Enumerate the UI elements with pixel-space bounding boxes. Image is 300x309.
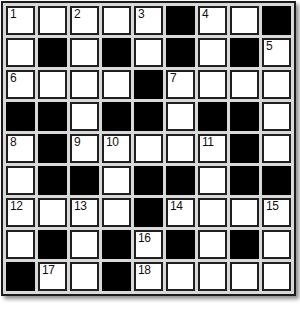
- cell-r3c7[interactable]: [198, 70, 227, 99]
- black-cell-r8c8: [230, 230, 259, 259]
- black-cell-r7c5: [134, 198, 163, 227]
- cell-r1c5[interactable]: 3: [134, 6, 163, 35]
- cell-r7c2[interactable]: [38, 198, 67, 227]
- clue-number-4: 4: [202, 7, 208, 21]
- black-cell-r8c2: [38, 230, 67, 259]
- cell-r7c9[interactable]: 15: [262, 198, 291, 227]
- black-cell-r4c5: [134, 102, 163, 131]
- clue-number-7: 7: [170, 71, 176, 85]
- clue-number-13: 13: [74, 199, 86, 213]
- cell-r1c4[interactable]: [102, 6, 131, 35]
- cell-r7c4[interactable]: [102, 198, 131, 227]
- cell-r5c1[interactable]: 8: [6, 134, 35, 163]
- cell-r1c1[interactable]: 1: [6, 6, 35, 35]
- cell-r5c7[interactable]: 11: [198, 134, 227, 163]
- cell-r9c2[interactable]: 17: [38, 262, 67, 291]
- cell-r9c8[interactable]: [230, 262, 259, 291]
- black-cell-r6c5: [134, 166, 163, 195]
- cell-r9c5[interactable]: 18: [134, 262, 163, 291]
- cell-r3c8[interactable]: [230, 70, 259, 99]
- black-cell-r6c3: [70, 166, 99, 195]
- cell-r5c3[interactable]: 9: [70, 134, 99, 163]
- clue-number-11: 11: [202, 135, 213, 149]
- black-cell-r1c6: [166, 6, 195, 35]
- cell-r4c3[interactable]: [70, 102, 99, 131]
- black-cell-r2c6: [166, 38, 195, 67]
- cell-r2c5[interactable]: [134, 38, 163, 67]
- cell-r9c7[interactable]: [198, 262, 227, 291]
- crossword-board: 123456789101112131415161718: [1, 1, 296, 296]
- black-cell-r6c6: [166, 166, 195, 195]
- cell-r6c1[interactable]: [6, 166, 35, 195]
- clue-number-5: 5: [266, 39, 272, 53]
- black-cell-r4c7: [198, 102, 227, 131]
- black-cell-r4c2: [38, 102, 67, 131]
- cell-r2c9[interactable]: 5: [262, 38, 291, 67]
- cell-r9c3[interactable]: [70, 262, 99, 291]
- cell-r4c6[interactable]: [166, 102, 195, 131]
- cell-r5c5[interactable]: [134, 134, 163, 163]
- crossword-canvas: 123456789101112131415161718: [0, 0, 300, 309]
- cell-r3c2[interactable]: [38, 70, 67, 99]
- black-cell-r6c8: [230, 166, 259, 195]
- cell-r5c9[interactable]: [262, 134, 291, 163]
- cell-r7c6[interactable]: 14: [166, 198, 195, 227]
- cell-r5c6[interactable]: [166, 134, 195, 163]
- cell-r2c3[interactable]: [70, 38, 99, 67]
- cell-r6c4[interactable]: [102, 166, 131, 195]
- cell-r3c4[interactable]: [102, 70, 131, 99]
- cell-r3c6[interactable]: 7: [166, 70, 195, 99]
- cell-r1c8[interactable]: [230, 6, 259, 35]
- cell-r8c5[interactable]: 16: [134, 230, 163, 259]
- black-cell-r9c4: [102, 262, 131, 291]
- cell-r1c7[interactable]: 4: [198, 6, 227, 35]
- cell-r7c3[interactable]: 13: [70, 198, 99, 227]
- cell-r7c1[interactable]: 12: [6, 198, 35, 227]
- black-cell-r8c4: [102, 230, 131, 259]
- cell-r4c9[interactable]: [262, 102, 291, 131]
- clue-number-9: 9: [74, 135, 80, 149]
- clue-number-6: 6: [10, 71, 16, 85]
- clue-number-8: 8: [10, 135, 16, 149]
- clue-number-15: 15: [266, 199, 278, 213]
- cell-r8c3[interactable]: [70, 230, 99, 259]
- black-cell-r1c9: [262, 6, 291, 35]
- black-cell-r4c4: [102, 102, 131, 131]
- cell-r3c3[interactable]: [70, 70, 99, 99]
- cell-r5c4[interactable]: 10: [102, 134, 131, 163]
- black-cell-r4c1: [6, 102, 35, 131]
- cell-r9c6[interactable]: [166, 262, 195, 291]
- black-cell-r4c8: [230, 102, 259, 131]
- black-cell-r5c8: [230, 134, 259, 163]
- cell-r1c3[interactable]: 2: [70, 6, 99, 35]
- clue-number-10: 10: [106, 135, 118, 149]
- cell-r2c1[interactable]: [6, 38, 35, 67]
- cell-r8c1[interactable]: [6, 230, 35, 259]
- black-cell-r2c8: [230, 38, 259, 67]
- black-cell-r5c2: [38, 134, 67, 163]
- clue-number-16: 16: [138, 231, 150, 245]
- black-cell-r9c1: [6, 262, 35, 291]
- black-cell-r6c9: [262, 166, 291, 195]
- cell-r9c9[interactable]: [262, 262, 291, 291]
- cell-r2c7[interactable]: [198, 38, 227, 67]
- clue-number-14: 14: [170, 199, 182, 213]
- cell-r3c9[interactable]: [262, 70, 291, 99]
- black-cell-r2c2: [38, 38, 67, 67]
- black-cell-r3c5: [134, 70, 163, 99]
- clue-number-2: 2: [74, 7, 80, 21]
- clue-number-18: 18: [138, 263, 150, 277]
- cell-r7c8[interactable]: [230, 198, 259, 227]
- cell-r6c7[interactable]: [198, 166, 227, 195]
- cell-r1c2[interactable]: [38, 6, 67, 35]
- black-cell-r6c2: [38, 166, 67, 195]
- black-cell-r8c6: [166, 230, 195, 259]
- black-cell-r2c4: [102, 38, 131, 67]
- clue-number-1: 1: [10, 7, 16, 21]
- clue-number-12: 12: [10, 199, 22, 213]
- cell-r3c1[interactable]: 6: [6, 70, 35, 99]
- clue-number-3: 3: [138, 7, 144, 21]
- cell-r8c7[interactable]: [198, 230, 227, 259]
- cell-r8c9[interactable]: [262, 230, 291, 259]
- cell-r7c7[interactable]: [198, 198, 227, 227]
- clue-number-17: 17: [42, 263, 54, 277]
